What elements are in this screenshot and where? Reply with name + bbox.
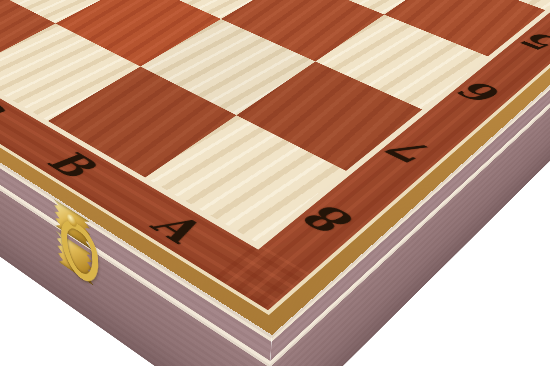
chess-board-photo: ABCDEFGH12345678 [0,0,550,366]
